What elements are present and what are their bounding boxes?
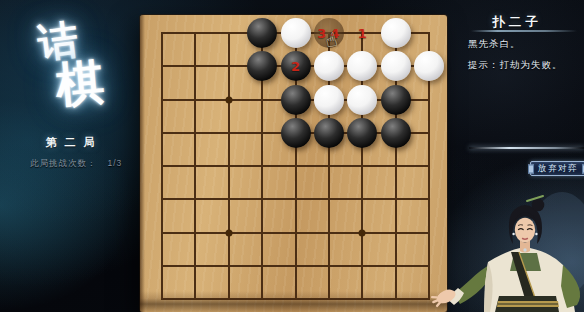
grid-line-horizontal <box>161 198 430 200</box>
star-point <box>225 96 232 103</box>
give-up-button[interactable]: 放弃对弈 <box>530 161 584 176</box>
goban-grid[interactable]: 3412☝ <box>162 33 429 299</box>
title-divider <box>471 30 577 32</box>
stone-white <box>347 51 377 81</box>
stone-black <box>247 51 277 81</box>
round-label: 第二局 <box>0 135 140 150</box>
character-portrait <box>430 192 584 312</box>
grid-line-horizontal <box>161 232 430 234</box>
stone-black <box>381 85 411 115</box>
stone-white <box>414 51 444 81</box>
attempts-value: 1/3 <box>108 158 123 170</box>
stone-white <box>281 18 311 48</box>
hint-text: 提示：打劫为失败。 <box>468 59 563 72</box>
grid-line-horizontal <box>161 265 430 267</box>
left-panel: 诘 棋 第二局 此局挑战次数： 1/3 <box>0 0 140 312</box>
move-label: 1 <box>358 27 367 40</box>
stone-black <box>281 118 311 148</box>
move-label: 2 <box>291 60 300 73</box>
stone-white <box>381 18 411 48</box>
star-point <box>225 229 232 236</box>
attempts-row: 此局挑战次数： 1/3 <box>30 158 130 170</box>
star-point <box>359 229 366 236</box>
stone-white <box>314 51 344 81</box>
title-calligraphy-bottom: 棋 <box>53 50 106 118</box>
stone-black <box>381 118 411 148</box>
objective-text: 黑先杀白。 <box>468 38 521 51</box>
attempts-label: 此局挑战次数： <box>30 158 97 170</box>
go-board[interactable]: 3412☝ <box>140 15 447 312</box>
grid-line-horizontal <box>161 298 430 300</box>
stone-black <box>314 118 344 148</box>
stone-black <box>347 118 377 148</box>
grid-line-horizontal <box>161 165 430 167</box>
stone-black <box>281 85 311 115</box>
stone-black <box>247 18 277 48</box>
stone-white <box>314 85 344 115</box>
stone-white <box>381 51 411 81</box>
game-screen: 诘 棋 第二局 此局挑战次数： 1/3 3412☝ 扑二子 黑先杀白。 提示：打… <box>0 0 584 312</box>
section-divider <box>469 147 584 149</box>
puzzle-title: 扑二子 <box>455 14 575 31</box>
stone-white <box>347 85 377 115</box>
